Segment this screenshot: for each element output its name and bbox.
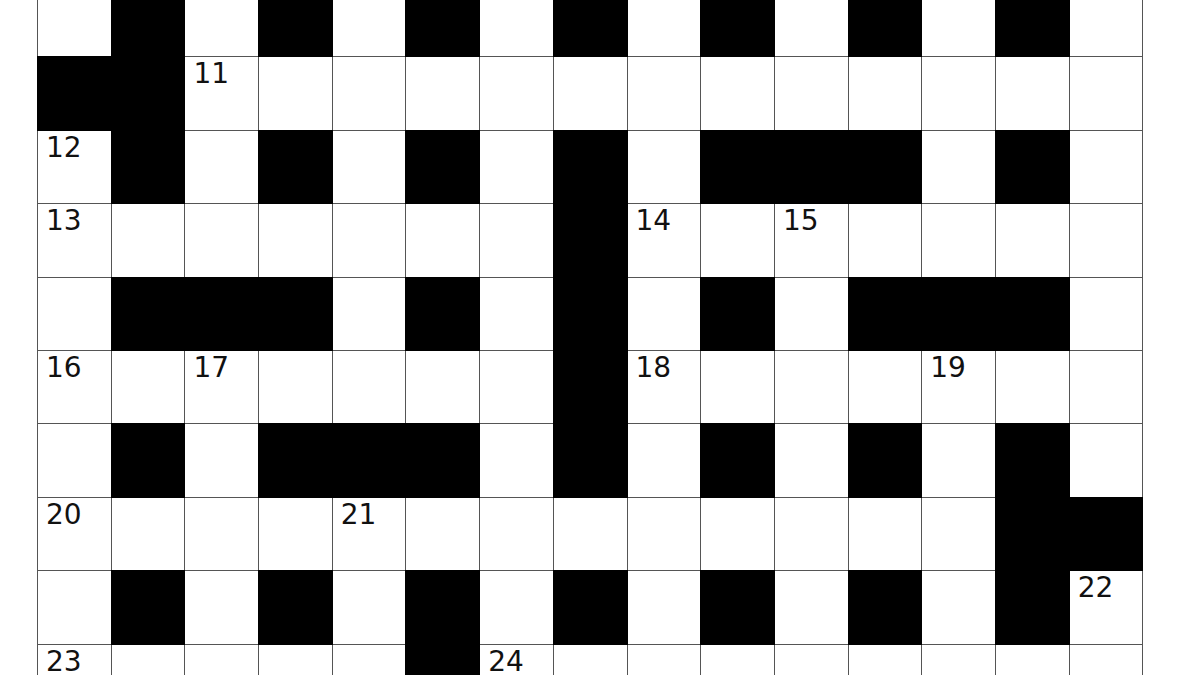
block-cell-r9c10 (701, 571, 774, 643)
cell-r4c15[interactable] (1070, 204, 1143, 276)
block-cell-r1c14 (996, 0, 1069, 56)
cell-r3c5[interactable] (333, 131, 406, 203)
block-cell-r1c12 (849, 0, 922, 56)
cell-r8c12[interactable] (849, 498, 922, 570)
block-cell-r9c6 (406, 571, 479, 643)
cell-r6c1[interactable]: 16 (38, 351, 111, 423)
cell-r8c10[interactable] (701, 498, 774, 570)
block-cell-r3c6 (406, 131, 479, 203)
cell-r2c7[interactable] (480, 57, 553, 129)
block-cell-r7c5 (333, 424, 406, 496)
cell-r2c10[interactable] (701, 57, 774, 129)
cell-r9c5[interactable] (333, 571, 406, 643)
cell-r2c12[interactable] (849, 57, 922, 129)
block-cell-r7c4 (259, 424, 332, 496)
block-cell-r3c11 (775, 131, 848, 203)
cell-r8c8[interactable] (554, 498, 627, 570)
block-cell-r5c3 (185, 278, 258, 350)
cell-r10c7[interactable]: 24 (480, 645, 553, 675)
clue-number-14: 14 (636, 207, 672, 235)
cell-r3c15[interactable] (1070, 131, 1143, 203)
clue-number-13: 13 (46, 207, 82, 235)
cell-r2c11[interactable] (775, 57, 848, 129)
cell-r10c9[interactable] (628, 645, 701, 675)
cell-r9c11[interactable] (775, 571, 848, 643)
clue-number-17: 17 (193, 354, 229, 382)
block-cell-r1c6 (406, 0, 479, 56)
block-cell-r7c10 (701, 424, 774, 496)
crossword-grid: 1112131415161718192021222324 (37, 0, 1143, 675)
cell-r7c3[interactable] (185, 424, 258, 496)
block-cell-r1c8 (554, 0, 627, 56)
block-cell-r3c2 (112, 131, 185, 203)
cell-r10c4[interactable] (259, 645, 332, 675)
cell-r8c11[interactable] (775, 498, 848, 570)
block-cell-r9c8 (554, 571, 627, 643)
cell-r6c13[interactable]: 19 (922, 351, 995, 423)
cell-r6c5[interactable] (333, 351, 406, 423)
cell-r5c15[interactable] (1070, 278, 1143, 350)
cell-r3c7[interactable] (480, 131, 553, 203)
crossword-diagram: 1112131415161718192021222324 (0, 0, 1200, 675)
clue-number-11: 11 (193, 60, 229, 88)
block-cell-r5c12 (849, 278, 922, 350)
cell-r2c4[interactable] (259, 57, 332, 129)
cell-r10c8[interactable] (554, 645, 627, 675)
cell-r3c3[interactable] (185, 131, 258, 203)
cell-r8c4[interactable] (259, 498, 332, 570)
block-cell-r7c6 (406, 424, 479, 496)
cell-r10c1[interactable]: 23 (38, 645, 111, 675)
block-cell-r1c4 (259, 0, 332, 56)
cell-r7c7[interactable] (480, 424, 553, 496)
cell-r5c7[interactable] (480, 278, 553, 350)
clue-number-12: 12 (46, 134, 82, 162)
cell-r4c11[interactable]: 15 (775, 204, 848, 276)
block-cell-r5c2 (112, 278, 185, 350)
block-cell-r3c12 (849, 131, 922, 203)
block-cell-r7c8 (554, 424, 627, 496)
cell-r6c7[interactable] (480, 351, 553, 423)
block-cell-r7c12 (849, 424, 922, 496)
cell-r6c10[interactable] (701, 351, 774, 423)
cell-r2c14[interactable] (996, 57, 1069, 129)
block-cell-r10c6 (406, 645, 479, 675)
cell-r6c9[interactable]: 18 (628, 351, 701, 423)
cell-r4c4[interactable] (259, 204, 332, 276)
cell-r6c15[interactable] (1070, 351, 1143, 423)
cell-r8c5[interactable]: 21 (333, 498, 406, 570)
cell-r10c13[interactable] (922, 645, 995, 675)
block-cell-r9c14 (996, 571, 1069, 643)
cell-r9c15[interactable]: 22 (1070, 571, 1143, 643)
cell-r6c6[interactable] (406, 351, 479, 423)
block-cell-r5c8 (554, 278, 627, 350)
cell-r6c12[interactable] (849, 351, 922, 423)
block-cell-r5c10 (701, 278, 774, 350)
cell-r4c10[interactable] (701, 204, 774, 276)
cell-r4c3[interactable] (185, 204, 258, 276)
cell-r10c12[interactable] (849, 645, 922, 675)
block-cell-r6c8 (554, 351, 627, 423)
cell-r7c9[interactable] (628, 424, 701, 496)
clue-number-23: 23 (46, 648, 82, 675)
cell-r2c13[interactable] (922, 57, 995, 129)
cell-r10c11[interactable] (775, 645, 848, 675)
cell-r6c2[interactable] (112, 351, 185, 423)
cell-r10c14[interactable] (996, 645, 1069, 675)
cell-r1c1[interactable] (38, 0, 111, 56)
cell-r6c4[interactable] (259, 351, 332, 423)
block-cell-r2c2 (112, 57, 185, 129)
cell-r3c1[interactable]: 12 (38, 131, 111, 203)
cell-r3c9[interactable] (628, 131, 701, 203)
clue-number-21: 21 (341, 501, 377, 529)
block-cell-r5c14 (996, 278, 1069, 350)
cell-r8c2[interactable] (112, 498, 185, 570)
block-cell-r7c14 (996, 424, 1069, 496)
cell-r9c7[interactable] (480, 571, 553, 643)
block-cell-r8c15 (1070, 498, 1143, 570)
cell-r8c9[interactable] (628, 498, 701, 570)
cell-r7c11[interactable] (775, 424, 848, 496)
cell-r4c5[interactable] (333, 204, 406, 276)
cell-r10c2[interactable] (112, 645, 185, 675)
cell-r2c6[interactable] (406, 57, 479, 129)
clue-number-20: 20 (46, 501, 82, 529)
cell-r2c15[interactable] (1070, 57, 1143, 129)
cell-r1c3[interactable] (185, 0, 258, 56)
cell-r8c6[interactable] (406, 498, 479, 570)
cell-r4c6[interactable] (406, 204, 479, 276)
cell-r10c15[interactable] (1070, 645, 1143, 675)
block-cell-r9c2 (112, 571, 185, 643)
cell-r1c13[interactable] (922, 0, 995, 56)
cell-r1c5[interactable] (333, 0, 406, 56)
cell-r10c10[interactable] (701, 645, 774, 675)
clue-number-15: 15 (783, 207, 819, 235)
cell-r4c13[interactable] (922, 204, 995, 276)
cell-r9c9[interactable] (628, 571, 701, 643)
cell-r5c5[interactable] (333, 278, 406, 350)
block-cell-r1c10 (701, 0, 774, 56)
cell-r7c1[interactable] (38, 424, 111, 496)
cell-r1c11[interactable] (775, 0, 848, 56)
cell-r8c1[interactable]: 20 (38, 498, 111, 570)
block-cell-r5c13 (922, 278, 995, 350)
cell-r8c7[interactable] (480, 498, 553, 570)
cell-r1c9[interactable] (628, 0, 701, 56)
cell-r4c2[interactable] (112, 204, 185, 276)
clue-number-19: 19 (930, 354, 966, 382)
block-cell-r3c10 (701, 131, 774, 203)
block-cell-r2c1 (38, 57, 111, 129)
cell-r4c1[interactable]: 13 (38, 204, 111, 276)
cell-r4c14[interactable] (996, 204, 1069, 276)
cell-r6c14[interactable] (996, 351, 1069, 423)
cell-r2c8[interactable] (554, 57, 627, 129)
cell-r10c3[interactable] (185, 645, 258, 675)
cell-r4c9[interactable]: 14 (628, 204, 701, 276)
cell-r6c11[interactable] (775, 351, 848, 423)
cell-r9c13[interactable] (922, 571, 995, 643)
clue-number-18: 18 (636, 354, 672, 382)
block-cell-r8c14 (996, 498, 1069, 570)
cell-r7c15[interactable] (1070, 424, 1143, 496)
clue-number-24: 24 (488, 648, 524, 675)
cell-r4c12[interactable] (849, 204, 922, 276)
cell-r2c3[interactable]: 11 (185, 57, 258, 129)
block-cell-r1c2 (112, 0, 185, 56)
cell-r5c9[interactable] (628, 278, 701, 350)
cell-r8c13[interactable] (922, 498, 995, 570)
cell-r1c15[interactable] (1070, 0, 1143, 56)
block-cell-r3c8 (554, 131, 627, 203)
cell-r9c1[interactable] (38, 571, 111, 643)
block-cell-r3c14 (996, 131, 1069, 203)
block-cell-r5c6 (406, 278, 479, 350)
block-cell-r3c4 (259, 131, 332, 203)
block-cell-r9c12 (849, 571, 922, 643)
cell-r1c7[interactable] (480, 0, 553, 56)
block-cell-r5c4 (259, 278, 332, 350)
clue-number-16: 16 (46, 354, 82, 382)
cell-r3c13[interactable] (922, 131, 995, 203)
cell-r9c3[interactable] (185, 571, 258, 643)
block-cell-r9c4 (259, 571, 332, 643)
cell-r10c5[interactable] (333, 645, 406, 675)
cell-r6c3[interactable]: 17 (185, 351, 258, 423)
cell-r2c5[interactable] (333, 57, 406, 129)
cell-r4c7[interactable] (480, 204, 553, 276)
clue-number-22: 22 (1078, 574, 1114, 602)
cell-r7c13[interactable] (922, 424, 995, 496)
cell-r5c11[interactable] (775, 278, 848, 350)
cell-r5c1[interactable] (38, 278, 111, 350)
cell-r8c3[interactable] (185, 498, 258, 570)
block-cell-r7c2 (112, 424, 185, 496)
block-cell-r4c8 (554, 204, 627, 276)
cell-r2c9[interactable] (628, 57, 701, 129)
